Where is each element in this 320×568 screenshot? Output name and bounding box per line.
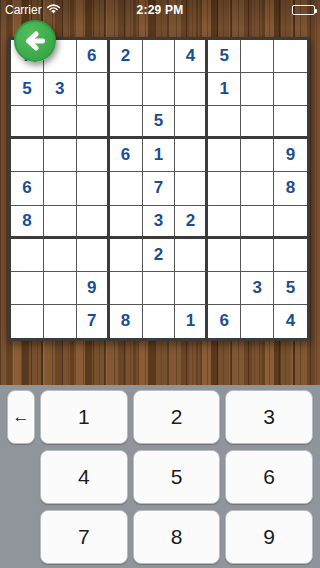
sudoku-cell-r1c8[interactable] — [241, 40, 274, 73]
sudoku-cell-r2c2[interactable]: 3 — [44, 73, 77, 106]
sudoku-cell-r6c3[interactable] — [77, 206, 110, 239]
sudoku-cell-r5c8[interactable] — [241, 172, 274, 205]
sudoku-cell-r6c6[interactable]: 2 — [175, 206, 208, 239]
sudoku-cell-r4c4[interactable]: 6 — [110, 139, 143, 172]
battery-icon — [292, 5, 315, 15]
sudoku-cell-r3c9[interactable] — [274, 106, 307, 139]
battery-cap — [315, 9, 317, 13]
keypad-key-4[interactable]: 4 — [40, 450, 128, 504]
keypad-key-9[interactable]: 9 — [225, 510, 313, 564]
sudoku-cell-r4c1[interactable] — [11, 139, 44, 172]
keypad-key-2[interactable]: 2 — [133, 390, 221, 444]
sudoku-cell-r7c6[interactable] — [175, 239, 208, 272]
back-button[interactable] — [14, 20, 56, 62]
sudoku-cell-r7c8[interactable] — [241, 239, 274, 272]
sudoku-cell-r1c7[interactable]: 5 — [208, 40, 241, 73]
sudoku-cell-r2c7[interactable]: 1 — [208, 73, 241, 106]
sudoku-cell-r8c1[interactable] — [11, 272, 44, 305]
sudoku-cell-r9c4[interactable]: 8 — [110, 305, 143, 338]
sudoku-cell-r2c9[interactable] — [274, 73, 307, 106]
sudoku-cell-r3c1[interactable] — [11, 106, 44, 139]
sudoku-cell-r4c7[interactable] — [208, 139, 241, 172]
sudoku-cell-r9c2[interactable] — [44, 305, 77, 338]
sudoku-cell-r5c1[interactable]: 6 — [11, 172, 44, 205]
sudoku-cell-r6c8[interactable] — [241, 206, 274, 239]
sudoku-cell-r2c5[interactable] — [143, 73, 176, 106]
sudoku-cell-r6c1[interactable]: 8 — [11, 206, 44, 239]
carrier-label: Carrier — [5, 3, 42, 17]
sudoku-cell-r9c6[interactable]: 1 — [175, 305, 208, 338]
sudoku-cell-r6c9[interactable] — [274, 206, 307, 239]
sudoku-cell-r2c1[interactable]: 5 — [11, 73, 44, 106]
sudoku-cell-r3c7[interactable] — [208, 106, 241, 139]
sudoku-cell-r2c6[interactable] — [175, 73, 208, 106]
number-keypad: ← 123456789 — [0, 385, 320, 568]
sudoku-cell-r7c5[interactable]: 2 — [143, 239, 176, 272]
sudoku-cell-r5c2[interactable] — [44, 172, 77, 205]
sudoku-cell-r8c8[interactable]: 3 — [241, 272, 274, 305]
keypad-key-8[interactable]: 8 — [133, 510, 221, 564]
keypad-key-6[interactable]: 6 — [225, 450, 313, 504]
sudoku-cell-r3c6[interactable] — [175, 106, 208, 139]
sudoku-cell-r1c4[interactable]: 2 — [110, 40, 143, 73]
sudoku-cell-r9c7[interactable]: 6 — [208, 305, 241, 338]
sudoku-cell-r5c3[interactable] — [77, 172, 110, 205]
sudoku-cell-r5c9[interactable]: 8 — [274, 172, 307, 205]
sudoku-cell-r6c7[interactable] — [208, 206, 241, 239]
sudoku-grid: 762455315619678832293578164 — [8, 37, 310, 341]
sudoku-cell-r8c6[interactable] — [175, 272, 208, 305]
sudoku-cell-r5c4[interactable] — [110, 172, 143, 205]
sudoku-cell-r3c4[interactable] — [110, 106, 143, 139]
sudoku-cell-r4c9[interactable]: 9 — [274, 139, 307, 172]
sudoku-cell-r2c4[interactable] — [110, 73, 143, 106]
sudoku-cell-r1c6[interactable]: 4 — [175, 40, 208, 73]
sudoku-cell-r1c3[interactable]: 6 — [77, 40, 110, 73]
sudoku-cell-r7c7[interactable] — [208, 239, 241, 272]
sudoku-cell-r9c9[interactable]: 4 — [274, 305, 307, 338]
sudoku-cell-r8c5[interactable] — [143, 272, 176, 305]
sudoku-cell-r4c2[interactable] — [44, 139, 77, 172]
sudoku-cell-r8c4[interactable] — [110, 272, 143, 305]
status-bar: Carrier 2:29 PM — [0, 0, 320, 20]
keypad-key-3[interactable]: 3 — [225, 390, 313, 444]
sudoku-cell-r9c5[interactable] — [143, 305, 176, 338]
sudoku-cell-r6c2[interactable] — [44, 206, 77, 239]
clock: 2:29 PM — [115, 3, 205, 17]
sudoku-cell-r5c5[interactable]: 7 — [143, 172, 176, 205]
keypad-key-1[interactable]: 1 — [40, 390, 128, 444]
sudoku-cell-r6c4[interactable] — [110, 206, 143, 239]
sudoku-cell-r3c5[interactable]: 5 — [143, 106, 176, 139]
sudoku-cell-r4c3[interactable] — [77, 139, 110, 172]
sudoku-app-screen: { "game": "sudoku", "position": "7.62.45… — [0, 0, 320, 568]
sudoku-cell-r3c2[interactable] — [44, 106, 77, 139]
keypad-key-7[interactable]: 7 — [40, 510, 128, 564]
arrow-left-icon — [22, 28, 48, 54]
sudoku-cell-r8c3[interactable]: 9 — [77, 272, 110, 305]
sudoku-cell-r4c6[interactable] — [175, 139, 208, 172]
sudoku-cell-r7c2[interactable] — [44, 239, 77, 272]
sudoku-cell-r6c5[interactable]: 3 — [143, 206, 176, 239]
sudoku-cell-r9c3[interactable]: 7 — [77, 305, 110, 338]
sudoku-cell-r2c3[interactable] — [77, 73, 110, 106]
sudoku-cell-r8c9[interactable]: 5 — [274, 272, 307, 305]
sudoku-cell-r2c8[interactable] — [241, 73, 274, 106]
sudoku-cell-r5c7[interactable] — [208, 172, 241, 205]
sudoku-cell-r9c8[interactable] — [241, 305, 274, 338]
sudoku-cell-r5c6[interactable] — [175, 172, 208, 205]
sudoku-cell-r7c9[interactable] — [274, 239, 307, 272]
sudoku-cell-r4c5[interactable]: 1 — [143, 139, 176, 172]
sudoku-cell-r4c8[interactable] — [241, 139, 274, 172]
sudoku-cell-r7c4[interactable] — [110, 239, 143, 272]
sudoku-cell-r1c9[interactable] — [274, 40, 307, 73]
sudoku-cell-r3c8[interactable] — [241, 106, 274, 139]
keypad-key-5[interactable]: 5 — [133, 450, 221, 504]
sudoku-cell-r8c2[interactable] — [44, 272, 77, 305]
sudoku-cell-r7c1[interactable] — [11, 239, 44, 272]
wifi-icon — [46, 3, 61, 17]
sudoku-cell-r7c3[interactable] — [77, 239, 110, 272]
delete-key[interactable]: ← — [7, 390, 35, 444]
sudoku-cell-r8c7[interactable] — [208, 272, 241, 305]
sudoku-cell-r9c1[interactable] — [11, 305, 44, 338]
sudoku-cell-r3c3[interactable] — [77, 106, 110, 139]
sudoku-cell-r1c5[interactable] — [143, 40, 176, 73]
